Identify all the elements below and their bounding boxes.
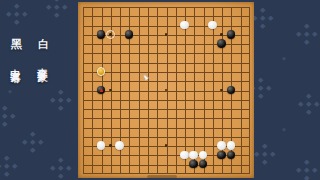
black-stone (227, 30, 236, 39)
white-stone (180, 151, 189, 160)
black-player-name: 申真谞 (10, 61, 20, 67)
gold-highlighted-stone (97, 67, 106, 76)
black-side-label: 黑 (11, 39, 22, 50)
white-side-label: 白 (38, 39, 49, 50)
players-panel: 黑 白 申真谞 李轩豪 (0, 0, 78, 180)
white-stone (189, 151, 198, 160)
event-panel: 第五届梦百合杯16强战 (254, 0, 320, 180)
white-stone (227, 141, 236, 150)
black-stone (97, 30, 106, 39)
white-stone (217, 141, 226, 150)
black-stone (217, 39, 226, 48)
triangle-marker: ▲ (98, 87, 104, 93)
star-point (109, 144, 112, 147)
watermark (147, 175, 177, 179)
go-board[interactable]: ▲ (78, 2, 254, 178)
star-point (220, 33, 223, 36)
black-stone (217, 151, 226, 160)
black-stone (125, 30, 134, 39)
ring-marker (106, 30, 115, 39)
white-player-name: 李轩豪 (37, 60, 47, 66)
white-stone (115, 141, 124, 150)
black-stone (227, 151, 236, 160)
white-stone (208, 21, 217, 30)
